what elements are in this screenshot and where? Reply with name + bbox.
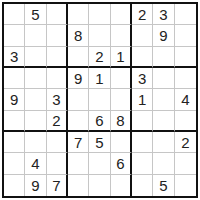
cell-r7c5[interactable]: 5 bbox=[89, 132, 110, 153]
cell-r2c3[interactable] bbox=[47, 25, 68, 46]
cell-r3c5[interactable]: 2 bbox=[89, 47, 110, 68]
cell-r7c3[interactable] bbox=[47, 132, 68, 153]
given-digit: 2 bbox=[138, 7, 146, 22]
cell-r1c6[interactable] bbox=[111, 4, 132, 25]
given-digit: 2 bbox=[95, 49, 103, 64]
cell-r1c4[interactable] bbox=[68, 4, 89, 25]
cell-r2c2[interactable] bbox=[25, 25, 46, 46]
given-digit: 1 bbox=[116, 49, 124, 64]
cell-r5c5[interactable] bbox=[89, 89, 110, 110]
cell-r5c8[interactable] bbox=[153, 89, 174, 110]
cell-r9c4[interactable] bbox=[68, 175, 89, 196]
cell-r1c3[interactable] bbox=[47, 4, 68, 25]
cell-r9c6[interactable] bbox=[111, 175, 132, 196]
cell-r7c2[interactable] bbox=[25, 132, 46, 153]
cell-r1c5[interactable] bbox=[89, 4, 110, 25]
given-digit: 9 bbox=[74, 71, 82, 86]
cell-r7c4[interactable]: 7 bbox=[68, 132, 89, 153]
cell-r3c1[interactable]: 3 bbox=[4, 47, 25, 68]
cell-r2c9[interactable] bbox=[175, 25, 196, 46]
cell-r9c1[interactable] bbox=[4, 175, 25, 196]
cell-r9c8[interactable]: 5 bbox=[153, 175, 174, 196]
cell-r8c8[interactable] bbox=[153, 153, 174, 174]
given-digit: 6 bbox=[116, 156, 124, 171]
cell-r5c7[interactable]: 1 bbox=[132, 89, 153, 110]
cell-r7c8[interactable] bbox=[153, 132, 174, 153]
given-digit: 7 bbox=[74, 135, 82, 150]
cell-r3c4[interactable] bbox=[68, 47, 89, 68]
cell-r4c9[interactable] bbox=[175, 68, 196, 89]
cell-r2c7[interactable] bbox=[132, 25, 153, 46]
cell-r6c7[interactable] bbox=[132, 111, 153, 132]
cell-r5c3[interactable]: 3 bbox=[47, 89, 68, 110]
given-digit: 3 bbox=[138, 71, 146, 86]
given-digit: 6 bbox=[95, 113, 103, 128]
cell-r9c7[interactable] bbox=[132, 175, 153, 196]
cell-r6c2[interactable] bbox=[25, 111, 46, 132]
cell-r6c5[interactable]: 6 bbox=[89, 111, 110, 132]
given-digit: 9 bbox=[10, 92, 18, 107]
given-digit: 3 bbox=[159, 7, 167, 22]
cell-r4c5[interactable]: 1 bbox=[89, 68, 110, 89]
cell-r6c8[interactable] bbox=[153, 111, 174, 132]
cell-r9c2[interactable]: 9 bbox=[25, 175, 46, 196]
cell-r4c4[interactable]: 9 bbox=[68, 68, 89, 89]
cell-r3c2[interactable] bbox=[25, 47, 46, 68]
given-digit: 5 bbox=[159, 178, 167, 193]
given-digit: 1 bbox=[95, 71, 103, 86]
cell-r9c9[interactable] bbox=[175, 175, 196, 196]
cell-r1c7[interactable]: 2 bbox=[132, 4, 153, 25]
cell-r3c6[interactable]: 1 bbox=[111, 47, 132, 68]
cell-r2c4[interactable]: 8 bbox=[68, 25, 89, 46]
cell-r2c6[interactable] bbox=[111, 25, 132, 46]
cell-r4c3[interactable] bbox=[47, 68, 68, 89]
cell-r7c1[interactable] bbox=[4, 132, 25, 153]
cell-r6c1[interactable] bbox=[4, 111, 25, 132]
cell-r8c6[interactable]: 6 bbox=[111, 153, 132, 174]
cell-r5c6[interactable] bbox=[111, 89, 132, 110]
cell-r1c1[interactable] bbox=[4, 4, 25, 25]
cell-r2c1[interactable] bbox=[4, 25, 25, 46]
cell-r5c2[interactable] bbox=[25, 89, 46, 110]
cell-r4c7[interactable]: 3 bbox=[132, 68, 153, 89]
given-digit: 5 bbox=[95, 135, 103, 150]
cell-r5c1[interactable]: 9 bbox=[4, 89, 25, 110]
cell-r2c5[interactable] bbox=[89, 25, 110, 46]
given-digit: 9 bbox=[31, 178, 39, 193]
given-digit: 7 bbox=[52, 178, 60, 193]
cell-r6c9[interactable] bbox=[175, 111, 196, 132]
cell-r6c4[interactable] bbox=[68, 111, 89, 132]
sudoku-board: 52389321913931426875246975 bbox=[2, 2, 198, 198]
cell-r3c7[interactable] bbox=[132, 47, 153, 68]
given-digit: 2 bbox=[52, 113, 60, 128]
cell-r7c9[interactable]: 2 bbox=[175, 132, 196, 153]
sudoku-board-container: 52389321913931426875246975 bbox=[2, 2, 198, 198]
cell-r6c3[interactable]: 2 bbox=[47, 111, 68, 132]
given-digit: 1 bbox=[138, 92, 146, 107]
given-digit: 4 bbox=[181, 92, 189, 107]
cell-r8c1[interactable] bbox=[4, 153, 25, 174]
cell-r1c2[interactable]: 5 bbox=[25, 4, 46, 25]
cell-r4c1[interactable] bbox=[4, 68, 25, 89]
given-digit: 8 bbox=[116, 113, 124, 128]
cell-r8c4[interactable] bbox=[68, 153, 89, 174]
cell-r1c8[interactable]: 3 bbox=[153, 4, 174, 25]
cell-r3c9[interactable] bbox=[175, 47, 196, 68]
given-digit: 3 bbox=[52, 92, 60, 107]
given-digit: 5 bbox=[31, 7, 39, 22]
cell-r7c6[interactable] bbox=[111, 132, 132, 153]
given-digit: 8 bbox=[74, 28, 82, 43]
cell-r4c8[interactable] bbox=[153, 68, 174, 89]
cell-r9c3[interactable]: 7 bbox=[47, 175, 68, 196]
cell-r6c6[interactable]: 8 bbox=[111, 111, 132, 132]
given-digit: 2 bbox=[181, 135, 189, 150]
cell-r9c5[interactable] bbox=[89, 175, 110, 196]
cell-r1c9[interactable] bbox=[175, 4, 196, 25]
cell-r4c2[interactable] bbox=[25, 68, 46, 89]
cell-r3c3[interactable] bbox=[47, 47, 68, 68]
given-digit: 9 bbox=[159, 28, 167, 43]
cell-r8c2[interactable]: 4 bbox=[25, 153, 46, 174]
cell-r3c8[interactable] bbox=[153, 47, 174, 68]
given-digit: 4 bbox=[31, 156, 39, 171]
cell-r5c4[interactable] bbox=[68, 89, 89, 110]
cell-r4c6[interactable] bbox=[111, 68, 132, 89]
cell-r8c3[interactable] bbox=[47, 153, 68, 174]
given-digit: 3 bbox=[10, 49, 18, 64]
cell-r5c9[interactable]: 4 bbox=[175, 89, 196, 110]
cell-r8c5[interactable] bbox=[89, 153, 110, 174]
cell-r7c7[interactable] bbox=[132, 132, 153, 153]
cell-r2c8[interactable]: 9 bbox=[153, 25, 174, 46]
cell-r8c9[interactable] bbox=[175, 153, 196, 174]
cell-r8c7[interactable] bbox=[132, 153, 153, 174]
